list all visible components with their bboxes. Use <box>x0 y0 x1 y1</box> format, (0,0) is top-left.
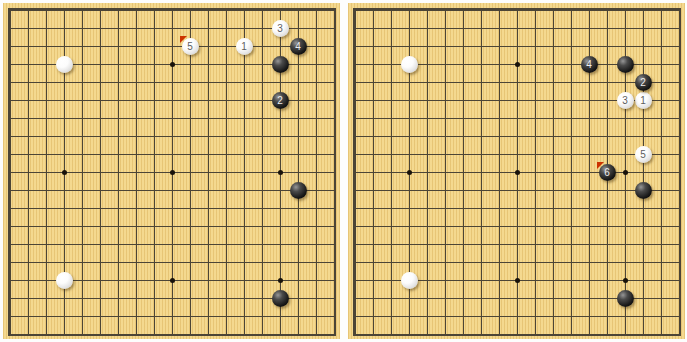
stone-move-number: 1 <box>241 38 247 55</box>
white-stone-R14: 1 <box>635 92 652 109</box>
stone-move-number: 5 <box>640 146 646 163</box>
white-stone-D4 <box>401 272 418 289</box>
go-board-right-points: 123456 <box>346 1 687 342</box>
stone-move-number: 6 <box>604 164 610 181</box>
black-stone-R15: 2 <box>635 74 652 91</box>
stone-move-number: 4 <box>586 56 592 73</box>
white-stone-R11: 5 <box>635 146 652 163</box>
black-stone-O16: 4 <box>581 56 598 73</box>
stone-move-number: 3 <box>277 20 283 37</box>
star-point <box>62 170 67 175</box>
screenshot-root: 12345 123456 <box>0 0 687 342</box>
star-point <box>515 62 520 67</box>
white-stone-Q14: 3 <box>617 92 634 109</box>
black-stone-Q3 <box>617 290 634 307</box>
black-stone-R17: 4 <box>290 38 307 55</box>
star-point <box>278 278 283 283</box>
black-stone-Q16 <box>617 56 634 73</box>
stone-move-number: 2 <box>640 74 646 91</box>
last-move-marker-icon <box>180 36 187 43</box>
go-board-left-points: 12345 <box>1 1 343 342</box>
stone-move-number: 3 <box>622 92 628 109</box>
go-board-left: 12345 <box>3 3 340 339</box>
star-point <box>515 278 520 283</box>
star-point <box>278 170 283 175</box>
white-stone-O17: 1 <box>236 38 253 55</box>
white-stone-L17: 5 <box>182 38 199 55</box>
white-stone-D16 <box>56 56 73 73</box>
star-point <box>407 170 412 175</box>
star-point <box>623 170 628 175</box>
black-stone-Q14: 2 <box>272 92 289 109</box>
black-stone-Q3 <box>272 290 289 307</box>
star-point <box>623 278 628 283</box>
black-stone-R9 <box>290 182 307 199</box>
white-stone-Q18: 3 <box>272 20 289 37</box>
white-stone-D4 <box>56 272 73 289</box>
stone-move-number: 4 <box>295 38 301 55</box>
white-stone-D16 <box>401 56 418 73</box>
black-stone-P10: 6 <box>599 164 616 181</box>
stone-move-number: 2 <box>277 92 283 109</box>
go-board-right: 123456 <box>348 3 685 339</box>
star-point <box>170 278 175 283</box>
star-point <box>170 170 175 175</box>
black-stone-R9 <box>635 182 652 199</box>
stone-move-number: 5 <box>187 38 193 55</box>
black-stone-Q16 <box>272 56 289 73</box>
star-point <box>170 62 175 67</box>
stone-move-number: 1 <box>640 92 646 109</box>
last-move-marker-icon <box>597 162 604 169</box>
star-point <box>515 170 520 175</box>
